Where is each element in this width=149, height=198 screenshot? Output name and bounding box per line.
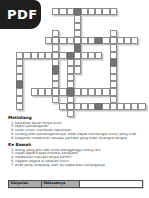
answer-cell <box>59 52 66 59</box>
answer-cell <box>74 59 81 66</box>
answer-cell <box>16 52 23 59</box>
answer-cell <box>59 103 66 110</box>
answer-cell <box>110 66 117 73</box>
answer-cell <box>110 81 117 88</box>
answer-cell <box>81 103 88 110</box>
answer-cell <box>16 66 23 73</box>
answer-cell <box>52 30 59 37</box>
answer-cell <box>74 103 81 110</box>
answer-cell <box>117 37 124 44</box>
answer-cell <box>110 44 117 51</box>
shaded-cell <box>95 37 102 44</box>
answer-cell <box>117 103 124 110</box>
answer-cell <box>88 8 95 15</box>
answer-cell <box>138 103 145 110</box>
down-clue-list: 2.orang yang jahil dan suka mengganggu o… <box>8 149 144 168</box>
answer-cell <box>52 88 59 95</box>
answer-cell <box>67 96 74 103</box>
clue-number: 7. <box>8 164 15 168</box>
across-clue-list: 1.bercakap besar tanpa bukti5.tajam pend… <box>8 122 144 141</box>
answer-cell <box>23 52 30 59</box>
answer-cell <box>110 88 117 95</box>
answer-cell <box>67 81 74 88</box>
answer-cell <box>67 103 74 110</box>
answer-cell <box>67 8 74 15</box>
answer-cell <box>52 96 59 103</box>
answer-cell <box>95 52 102 59</box>
answer-cell <box>102 8 109 15</box>
answer-table-header-simpulan: Simpulan <box>9 181 42 187</box>
across-clues-section: Melintang 1.bercakap besar tanpa bukti5.… <box>8 116 144 141</box>
clue-text: bergerak melakukan sesuatu perkara yang … <box>15 137 127 141</box>
answer-cell <box>38 88 45 95</box>
answer-cell <box>88 88 95 95</box>
shaded-cell <box>67 52 74 59</box>
clue-number: 9. <box>8 137 15 141</box>
answer-cell <box>59 88 66 95</box>
answer-cell <box>31 88 38 95</box>
pdf-badge: PDF <box>0 0 41 29</box>
answer-cell <box>110 74 117 81</box>
answer-cell <box>95 88 102 95</box>
clue-line: 7.anak yang disayangi oleh ibu bapa atau… <box>8 164 144 168</box>
answer-cell <box>45 88 52 95</box>
answer-cell <box>45 52 52 59</box>
answer-cell <box>102 103 109 110</box>
answer-table: Simpulan Maksudnya <box>8 180 143 188</box>
clue-line: 9.bergerak melakukan sesuatu perkara yan… <box>8 137 144 141</box>
answer-cell <box>67 66 74 73</box>
answer-cell <box>74 52 81 59</box>
answer-cell <box>52 74 59 81</box>
answer-cell <box>81 37 88 44</box>
answer-cell <box>52 52 59 59</box>
shaded-cell <box>52 66 59 73</box>
answer-cell <box>81 88 88 95</box>
down-clues-section: Ke Bawah 2.orang yang jahil dan suka men… <box>8 143 144 168</box>
answer-cell <box>16 88 23 95</box>
answer-cell <box>74 66 81 73</box>
answer-cell <box>59 37 66 44</box>
answer-cell <box>81 52 88 59</box>
answer-cell <box>74 15 81 22</box>
shaded-cell <box>16 81 23 88</box>
answer-cell <box>110 8 117 15</box>
answer-cell <box>88 37 95 44</box>
answer-cell <box>52 37 59 44</box>
answer-cell <box>88 103 95 110</box>
answer-cell <box>110 52 117 59</box>
answer-cell <box>52 8 59 15</box>
answer-cell <box>59 8 66 15</box>
answer-cell <box>31 52 38 59</box>
answer-cell <box>131 103 138 110</box>
shaded-cell <box>95 103 102 110</box>
answer-table-empty-cell <box>80 181 142 187</box>
answer-cell <box>16 96 23 103</box>
shaded-cell <box>74 8 81 15</box>
answer-cell <box>45 37 52 44</box>
answer-cell <box>95 8 102 15</box>
down-heading: Ke Bawah <box>8 143 144 148</box>
answer-cell <box>52 59 59 66</box>
answer-cell <box>74 30 81 37</box>
answer-cell <box>67 110 74 117</box>
answer-cell <box>67 59 74 66</box>
answer-cell <box>124 37 131 44</box>
answer-cell <box>67 74 74 81</box>
answer-cell <box>52 44 59 51</box>
clue-text: anak yang disayangi oleh ibu bapa atau k… <box>15 164 105 168</box>
answer-cell <box>102 88 109 95</box>
answer-cell <box>124 103 131 110</box>
answer-cell <box>102 37 109 44</box>
answer-cell <box>74 88 81 95</box>
answer-cell <box>16 59 23 66</box>
answer-cell <box>110 103 117 110</box>
shaded-cell <box>67 88 74 95</box>
answer-cell <box>110 30 117 37</box>
answer-table-header-maksudnya: Maksudnya <box>42 181 80 187</box>
answer-cell <box>52 81 59 88</box>
answer-cell <box>110 96 117 103</box>
shaded-cell <box>110 59 117 66</box>
answer-cell <box>110 37 117 44</box>
answer-cell <box>38 52 45 59</box>
answer-cell <box>88 52 95 59</box>
answer-cell <box>16 74 23 81</box>
answer-cell <box>74 23 81 30</box>
shaded-cell <box>74 44 81 51</box>
answer-cell <box>81 8 88 15</box>
answer-cell <box>131 37 138 44</box>
answer-cell <box>67 37 74 44</box>
answer-cell <box>16 103 23 110</box>
answer-cell <box>74 37 81 44</box>
